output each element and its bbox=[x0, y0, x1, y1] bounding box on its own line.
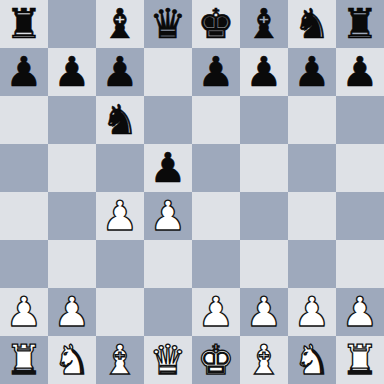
square-e3[interactable] bbox=[192, 240, 240, 288]
piece-black-pawn[interactable]: ♟ bbox=[198, 48, 235, 96]
square-e5[interactable] bbox=[192, 144, 240, 192]
piece-black-pawn[interactable]: ♟ bbox=[246, 48, 283, 96]
piece-white-rook[interactable]: ♜ bbox=[342, 336, 379, 384]
square-b4[interactable] bbox=[48, 192, 96, 240]
square-e1[interactable]: ♚ bbox=[192, 336, 240, 384]
piece-black-pawn[interactable]: ♟ bbox=[102, 48, 139, 96]
square-b2[interactable]: ♟ bbox=[48, 288, 96, 336]
piece-black-pawn[interactable]: ♟ bbox=[342, 48, 379, 96]
square-h2[interactable]: ♟ bbox=[336, 288, 384, 336]
square-d4[interactable]: ♟ bbox=[144, 192, 192, 240]
piece-black-pawn[interactable]: ♟ bbox=[294, 48, 331, 96]
square-f4[interactable] bbox=[240, 192, 288, 240]
piece-white-knight[interactable]: ♞ bbox=[294, 336, 331, 384]
piece-white-pawn[interactable]: ♟ bbox=[54, 288, 91, 336]
square-b1[interactable]: ♞ bbox=[48, 336, 96, 384]
square-d3[interactable] bbox=[144, 240, 192, 288]
square-e6[interactable] bbox=[192, 96, 240, 144]
square-d7[interactable] bbox=[144, 48, 192, 96]
piece-black-pawn[interactable]: ♟ bbox=[54, 48, 91, 96]
square-a4[interactable] bbox=[0, 192, 48, 240]
square-e4[interactable] bbox=[192, 192, 240, 240]
square-a6[interactable] bbox=[0, 96, 48, 144]
square-c5[interactable] bbox=[96, 144, 144, 192]
square-a5[interactable] bbox=[0, 144, 48, 192]
square-e2[interactable]: ♟ bbox=[192, 288, 240, 336]
piece-black-pawn[interactable]: ♟ bbox=[150, 144, 187, 192]
square-d1[interactable]: ♛ bbox=[144, 336, 192, 384]
piece-white-pawn[interactable]: ♟ bbox=[294, 288, 331, 336]
piece-white-king[interactable]: ♚ bbox=[198, 336, 235, 384]
square-d6[interactable] bbox=[144, 96, 192, 144]
square-h6[interactable] bbox=[336, 96, 384, 144]
piece-white-knight[interactable]: ♞ bbox=[54, 336, 91, 384]
square-b7[interactable]: ♟ bbox=[48, 48, 96, 96]
square-h1[interactable]: ♜ bbox=[336, 336, 384, 384]
piece-white-bishop[interactable]: ♝ bbox=[102, 336, 139, 384]
square-h8[interactable]: ♜ bbox=[336, 0, 384, 48]
piece-white-pawn[interactable]: ♟ bbox=[342, 288, 379, 336]
square-g4[interactable] bbox=[288, 192, 336, 240]
square-c1[interactable]: ♝ bbox=[96, 336, 144, 384]
square-a1[interactable]: ♜ bbox=[0, 336, 48, 384]
square-g7[interactable]: ♟ bbox=[288, 48, 336, 96]
square-e8[interactable]: ♚ bbox=[192, 0, 240, 48]
square-g1[interactable]: ♞ bbox=[288, 336, 336, 384]
piece-black-rook[interactable]: ♜ bbox=[342, 0, 379, 48]
square-c3[interactable] bbox=[96, 240, 144, 288]
square-c7[interactable]: ♟ bbox=[96, 48, 144, 96]
square-d2[interactable] bbox=[144, 288, 192, 336]
chess-board: ♜♝♛♚♝♞♜♟♟♟♟♟♟♟♞♟♟♟♟♟♟♟♟♟♜♞♝♛♚♝♞♜ bbox=[0, 0, 384, 384]
square-g5[interactable] bbox=[288, 144, 336, 192]
piece-black-pawn[interactable]: ♟ bbox=[6, 48, 43, 96]
square-f7[interactable]: ♟ bbox=[240, 48, 288, 96]
piece-black-king[interactable]: ♚ bbox=[198, 0, 235, 48]
square-g2[interactable]: ♟ bbox=[288, 288, 336, 336]
square-a3[interactable] bbox=[0, 240, 48, 288]
square-h5[interactable] bbox=[336, 144, 384, 192]
square-c2[interactable] bbox=[96, 288, 144, 336]
piece-black-knight[interactable]: ♞ bbox=[102, 96, 139, 144]
square-a8[interactable]: ♜ bbox=[0, 0, 48, 48]
square-g6[interactable] bbox=[288, 96, 336, 144]
piece-white-pawn[interactable]: ♟ bbox=[198, 288, 235, 336]
piece-white-bishop[interactable]: ♝ bbox=[246, 336, 283, 384]
square-f6[interactable] bbox=[240, 96, 288, 144]
square-b6[interactable] bbox=[48, 96, 96, 144]
square-a7[interactable]: ♟ bbox=[0, 48, 48, 96]
square-d5[interactable]: ♟ bbox=[144, 144, 192, 192]
square-b5[interactable] bbox=[48, 144, 96, 192]
square-h7[interactable]: ♟ bbox=[336, 48, 384, 96]
square-h4[interactable] bbox=[336, 192, 384, 240]
piece-white-rook[interactable]: ♜ bbox=[6, 336, 43, 384]
piece-white-pawn[interactable]: ♟ bbox=[246, 288, 283, 336]
square-b8[interactable] bbox=[48, 0, 96, 48]
square-f5[interactable] bbox=[240, 144, 288, 192]
piece-black-rook[interactable]: ♜ bbox=[6, 0, 43, 48]
square-d8[interactable]: ♛ bbox=[144, 0, 192, 48]
square-f3[interactable] bbox=[240, 240, 288, 288]
square-g3[interactable] bbox=[288, 240, 336, 288]
piece-black-bishop[interactable]: ♝ bbox=[102, 0, 139, 48]
piece-white-pawn[interactable]: ♟ bbox=[6, 288, 43, 336]
square-f2[interactable]: ♟ bbox=[240, 288, 288, 336]
square-c4[interactable]: ♟ bbox=[96, 192, 144, 240]
square-c6[interactable]: ♞ bbox=[96, 96, 144, 144]
square-a2[interactable]: ♟ bbox=[0, 288, 48, 336]
piece-black-knight[interactable]: ♞ bbox=[294, 0, 331, 48]
piece-white-pawn[interactable]: ♟ bbox=[102, 192, 139, 240]
square-b3[interactable] bbox=[48, 240, 96, 288]
square-e7[interactable]: ♟ bbox=[192, 48, 240, 96]
piece-white-pawn[interactable]: ♟ bbox=[150, 192, 187, 240]
piece-white-queen[interactable]: ♛ bbox=[150, 336, 187, 384]
square-c8[interactable]: ♝ bbox=[96, 0, 144, 48]
piece-black-bishop[interactable]: ♝ bbox=[246, 0, 283, 48]
piece-black-queen[interactable]: ♛ bbox=[150, 0, 187, 48]
square-g8[interactable]: ♞ bbox=[288, 0, 336, 48]
square-f1[interactable]: ♝ bbox=[240, 336, 288, 384]
square-f8[interactable]: ♝ bbox=[240, 0, 288, 48]
square-h3[interactable] bbox=[336, 240, 384, 288]
